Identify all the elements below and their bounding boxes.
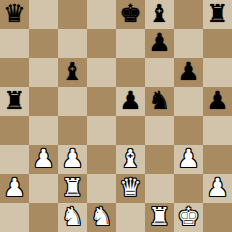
square-f1[interactable]: ♜ <box>145 203 174 232</box>
piece-black-rook[interactable]: ♜ <box>206 0 228 28</box>
square-f7[interactable]: ♟ <box>145 29 174 58</box>
square-d2[interactable] <box>87 174 116 203</box>
square-f4[interactable] <box>145 116 174 145</box>
square-h2[interactable]: ♟ <box>203 174 232 203</box>
piece-black-pawn[interactable]: ♟ <box>177 57 199 86</box>
square-b8[interactable] <box>29 0 58 29</box>
square-b7[interactable] <box>29 29 58 58</box>
square-a3[interactable] <box>0 145 29 174</box>
piece-white-pawn[interactable]: ♟ <box>3 173 25 202</box>
square-f3[interactable] <box>145 145 174 174</box>
square-a1[interactable] <box>0 203 29 232</box>
square-b1[interactable] <box>29 203 58 232</box>
square-c4[interactable] <box>58 116 87 145</box>
square-f8[interactable]: ♝ <box>145 0 174 29</box>
piece-black-pawn[interactable]: ♟ <box>206 86 228 115</box>
square-g4[interactable] <box>174 116 203 145</box>
square-b2[interactable] <box>29 174 58 203</box>
square-g6[interactable]: ♟ <box>174 58 203 87</box>
square-e2[interactable]: ♛ <box>116 174 145 203</box>
piece-white-rook[interactable]: ♜ <box>61 173 83 202</box>
square-g8[interactable] <box>174 0 203 29</box>
square-h8[interactable]: ♜ <box>203 0 232 29</box>
square-h3[interactable] <box>203 145 232 174</box>
square-g7[interactable] <box>174 29 203 58</box>
square-c3[interactable]: ♟ <box>58 145 87 174</box>
square-d7[interactable] <box>87 29 116 58</box>
square-d4[interactable] <box>87 116 116 145</box>
square-e4[interactable] <box>116 116 145 145</box>
square-g5[interactable] <box>174 87 203 116</box>
piece-black-bishop[interactable]: ♝ <box>148 0 170 28</box>
square-d8[interactable] <box>87 0 116 29</box>
piece-black-rook[interactable]: ♜ <box>3 86 25 115</box>
square-d3[interactable] <box>87 145 116 174</box>
square-c5[interactable] <box>58 87 87 116</box>
piece-white-queen[interactable]: ♛ <box>119 173 141 202</box>
square-e3[interactable]: ♝ <box>116 145 145 174</box>
square-c8[interactable] <box>58 0 87 29</box>
square-f6[interactable] <box>145 58 174 87</box>
piece-black-bishop[interactable]: ♝ <box>61 57 83 86</box>
piece-white-pawn[interactable]: ♟ <box>206 173 228 202</box>
square-h5[interactable]: ♟ <box>203 87 232 116</box>
square-h7[interactable] <box>203 29 232 58</box>
square-b3[interactable]: ♟ <box>29 145 58 174</box>
piece-black-queen[interactable]: ♛ <box>3 0 25 28</box>
square-b5[interactable] <box>29 87 58 116</box>
square-a2[interactable]: ♟ <box>0 174 29 203</box>
square-f5[interactable]: ♞ <box>145 87 174 116</box>
square-g3[interactable]: ♟ <box>174 145 203 174</box>
piece-black-pawn[interactable]: ♟ <box>119 86 141 115</box>
square-h4[interactable] <box>203 116 232 145</box>
chess-app: ♛♚♝♜♟♝♟♜♟♞♟♟♟♝♟♟♜♛♟♞♞♜♚ <box>0 0 232 232</box>
square-a4[interactable] <box>0 116 29 145</box>
piece-white-pawn[interactable]: ♟ <box>61 144 83 173</box>
square-b6[interactable] <box>29 58 58 87</box>
piece-black-knight[interactable]: ♞ <box>148 86 170 115</box>
piece-white-knight[interactable]: ♞ <box>61 202 83 231</box>
square-b4[interactable] <box>29 116 58 145</box>
square-c1[interactable]: ♞ <box>58 203 87 232</box>
square-a7[interactable] <box>0 29 29 58</box>
piece-black-pawn[interactable]: ♟ <box>148 28 170 57</box>
square-a5[interactable]: ♜ <box>0 87 29 116</box>
piece-white-bishop[interactable]: ♝ <box>119 144 141 173</box>
square-h6[interactable] <box>203 58 232 87</box>
square-g1[interactable]: ♚ <box>174 203 203 232</box>
square-c2[interactable]: ♜ <box>58 174 87 203</box>
piece-white-rook[interactable]: ♜ <box>148 202 170 231</box>
piece-white-pawn[interactable]: ♟ <box>177 144 199 173</box>
chess-board: ♛♚♝♜♟♝♟♜♟♞♟♟♟♝♟♟♜♛♟♞♞♜♚ <box>0 0 232 232</box>
piece-white-king[interactable]: ♚ <box>177 202 199 231</box>
piece-white-knight[interactable]: ♞ <box>90 202 112 231</box>
square-e6[interactable] <box>116 58 145 87</box>
square-a6[interactable] <box>0 58 29 87</box>
square-d5[interactable] <box>87 87 116 116</box>
square-g2[interactable] <box>174 174 203 203</box>
square-c7[interactable] <box>58 29 87 58</box>
square-e1[interactable] <box>116 203 145 232</box>
square-d6[interactable] <box>87 58 116 87</box>
square-e5[interactable]: ♟ <box>116 87 145 116</box>
square-e7[interactable] <box>116 29 145 58</box>
piece-black-king[interactable]: ♚ <box>119 0 141 28</box>
square-h1[interactable] <box>203 203 232 232</box>
square-f2[interactable] <box>145 174 174 203</box>
square-a8[interactable]: ♛ <box>0 0 29 29</box>
square-d1[interactable]: ♞ <box>87 203 116 232</box>
square-c6[interactable]: ♝ <box>58 58 87 87</box>
square-e8[interactable]: ♚ <box>116 0 145 29</box>
piece-white-pawn[interactable]: ♟ <box>32 144 54 173</box>
